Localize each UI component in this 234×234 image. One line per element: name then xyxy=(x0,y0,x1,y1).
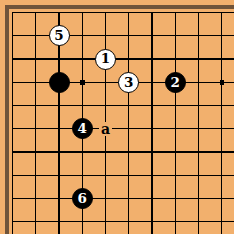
intersection-grid: 51324a6 xyxy=(1,1,234,234)
intersection-c5-r2[interactable] xyxy=(94,24,117,47)
intersection-c8-r2[interactable] xyxy=(164,24,187,47)
intersection-c10-r4[interactable] xyxy=(210,71,233,94)
intersection-c1-r10[interactable] xyxy=(1,210,24,233)
intersection-c1-r3[interactable] xyxy=(1,47,24,70)
intersection-c3-r6[interactable] xyxy=(47,117,70,140)
intersection-c2-r4[interactable] xyxy=(24,71,47,94)
intersection-c8-r6[interactable] xyxy=(164,117,187,140)
intersection-c9-r6[interactable] xyxy=(187,117,210,140)
intersection-c4-r8[interactable] xyxy=(71,164,94,187)
intersection-c5-r8[interactable] xyxy=(94,164,117,187)
go-board: 51324a6 xyxy=(0,0,234,234)
intersection-c6-r5[interactable] xyxy=(117,94,140,117)
stone-number: 5 xyxy=(54,29,63,43)
intersection-c4-r6[interactable]: 4 xyxy=(71,117,94,140)
intersection-c8-r8[interactable] xyxy=(164,164,187,187)
intersection-c3-r9[interactable] xyxy=(47,187,70,210)
intersection-c7-r10[interactable] xyxy=(140,210,163,233)
intersection-c5-r7[interactable] xyxy=(94,140,117,163)
intersection-c9-r5[interactable] xyxy=(187,94,210,117)
intersection-c7-r6[interactable] xyxy=(140,117,163,140)
intersection-c2-r1[interactable] xyxy=(24,1,47,24)
intersection-c2-r7[interactable] xyxy=(24,140,47,163)
intersection-c3-r10[interactable] xyxy=(47,210,70,233)
intersection-c3-r3[interactable] xyxy=(47,47,70,70)
intersection-c7-r9[interactable] xyxy=(140,187,163,210)
intersection-c2-r6[interactable] xyxy=(24,117,47,140)
intersection-c10-r10[interactable] xyxy=(210,210,233,233)
stone-white-5[interactable]: 5 xyxy=(49,25,70,46)
intersection-c8-r4[interactable]: 2 xyxy=(164,71,187,94)
intersection-c5-r9[interactable] xyxy=(94,187,117,210)
intersection-c6-r1[interactable] xyxy=(117,1,140,24)
intersection-c1-r2[interactable] xyxy=(1,24,24,47)
intersection-c2-r2[interactable] xyxy=(24,24,47,47)
stone-black-6[interactable]: 6 xyxy=(72,188,93,209)
intersection-c2-r10[interactable] xyxy=(24,210,47,233)
stone-number: 4 xyxy=(78,122,87,136)
intersection-c10-r7[interactable] xyxy=(210,140,233,163)
intersection-c7-r8[interactable] xyxy=(140,164,163,187)
intersection-c7-r3[interactable] xyxy=(140,47,163,70)
intersection-c3-r1[interactable] xyxy=(47,1,70,24)
intersection-c3-r5[interactable] xyxy=(47,94,70,117)
intersection-c7-r5[interactable] xyxy=(140,94,163,117)
intersection-c7-r1[interactable] xyxy=(140,1,163,24)
intersection-c4-r4[interactable] xyxy=(71,71,94,94)
intersection-c1-r6[interactable] xyxy=(1,117,24,140)
intersection-c10-r5[interactable] xyxy=(210,94,233,117)
intersection-c6-r8[interactable] xyxy=(117,164,140,187)
intersection-c1-r7[interactable] xyxy=(1,140,24,163)
stone-number: 6 xyxy=(78,192,87,206)
stone-black-2[interactable]: 2 xyxy=(165,72,186,93)
stone-white-1[interactable]: 1 xyxy=(95,49,116,70)
stone-black-C16[interactable] xyxy=(49,72,70,93)
intersection-c4-r2[interactable] xyxy=(71,24,94,47)
intersection-c5-r1[interactable] xyxy=(94,1,117,24)
intersection-c2-r5[interactable] xyxy=(24,94,47,117)
intersection-c2-r8[interactable] xyxy=(24,164,47,187)
intersection-c4-r7[interactable] xyxy=(71,140,94,163)
intersection-c1-r5[interactable] xyxy=(1,94,24,117)
intersection-c9-r2[interactable] xyxy=(187,24,210,47)
star-point-4-4 xyxy=(80,80,85,85)
go-diagram: 51324a6 xyxy=(0,0,234,234)
intersection-c3-r8[interactable] xyxy=(47,164,70,187)
intersection-c4-r1[interactable] xyxy=(71,1,94,24)
star-point-10-4 xyxy=(220,80,225,85)
intersection-c8-r3[interactable] xyxy=(164,47,187,70)
intersection-c8-r5[interactable] xyxy=(164,94,187,117)
intersection-c8-r7[interactable] xyxy=(164,140,187,163)
intersection-c6-r2[interactable] xyxy=(117,24,140,47)
intersection-c3-r2[interactable]: 5 xyxy=(47,24,70,47)
intersection-c9-r4[interactable] xyxy=(187,71,210,94)
intersection-c8-r1[interactable] xyxy=(164,1,187,24)
intersection-c6-r10[interactable] xyxy=(117,210,140,233)
intersection-c7-r7[interactable] xyxy=(140,140,163,163)
intersection-c5-r10[interactable] xyxy=(94,210,117,233)
intersection-c4-r9[interactable]: 6 xyxy=(71,187,94,210)
intersection-c9-r1[interactable] xyxy=(187,1,210,24)
point-label-a[interactable]: a xyxy=(99,122,112,136)
intersection-c4-r3[interactable] xyxy=(71,47,94,70)
intersection-c8-r10[interactable] xyxy=(164,210,187,233)
intersection-c6-r3[interactable] xyxy=(117,47,140,70)
intersection-c9-r7[interactable] xyxy=(187,140,210,163)
intersection-c6-r6[interactable] xyxy=(117,117,140,140)
intersection-c10-r2[interactable] xyxy=(210,24,233,47)
intersection-c5-r6[interactable]: a xyxy=(94,117,117,140)
stone-number: 3 xyxy=(124,76,133,90)
intersection-c10-r3[interactable] xyxy=(210,47,233,70)
intersection-c3-r4[interactable] xyxy=(47,71,70,94)
intersection-c1-r8[interactable] xyxy=(1,164,24,187)
intersection-c6-r9[interactable] xyxy=(117,187,140,210)
intersection-c5-r5[interactable] xyxy=(94,94,117,117)
intersection-c2-r3[interactable] xyxy=(24,47,47,70)
intersection-c9-r3[interactable] xyxy=(187,47,210,70)
intersection-c5-r4[interactable] xyxy=(94,71,117,94)
intersection-c10-r6[interactable] xyxy=(210,117,233,140)
intersection-c10-r8[interactable] xyxy=(210,164,233,187)
intersection-c6-r4[interactable]: 3 xyxy=(117,71,140,94)
intersection-c7-r4[interactable] xyxy=(140,71,163,94)
intersection-c6-r7[interactable] xyxy=(117,140,140,163)
intersection-c5-r3[interactable]: 1 xyxy=(94,47,117,70)
intersection-c1-r4[interactable] xyxy=(1,71,24,94)
intersection-c10-r9[interactable] xyxy=(210,187,233,210)
intersection-c4-r10[interactable] xyxy=(71,210,94,233)
stone-white-3[interactable]: 3 xyxy=(118,72,139,93)
intersection-c7-r2[interactable] xyxy=(140,24,163,47)
intersection-c2-r9[interactable] xyxy=(24,187,47,210)
intersection-c1-r9[interactable] xyxy=(1,187,24,210)
stone-black-4[interactable]: 4 xyxy=(72,118,93,139)
intersection-c3-r7[interactable] xyxy=(47,140,70,163)
intersection-c8-r9[interactable] xyxy=(164,187,187,210)
stone-number: 2 xyxy=(171,76,180,90)
intersection-c9-r10[interactable] xyxy=(187,210,210,233)
intersection-c9-r8[interactable] xyxy=(187,164,210,187)
stone-number: 1 xyxy=(101,52,110,66)
intersection-c4-r5[interactable] xyxy=(71,94,94,117)
intersection-c10-r1[interactable] xyxy=(210,1,233,24)
intersection-c1-r1[interactable] xyxy=(1,1,24,24)
intersection-c9-r9[interactable] xyxy=(187,187,210,210)
